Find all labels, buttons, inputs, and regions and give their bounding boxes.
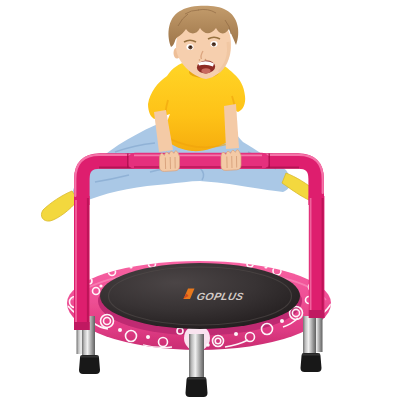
child-sock-left [41, 191, 78, 221]
product-image: GOPLUS [0, 0, 400, 400]
child-hand-right [221, 150, 241, 171]
child-hand-left [160, 151, 180, 172]
leg-foot-center [186, 377, 208, 397]
brand-logo-text: GOPLUS [196, 290, 246, 302]
leg-foot-left [79, 355, 100, 374]
trampoline: GOPLUS [67, 261, 331, 398]
leg-foot-right [301, 353, 322, 372]
handlebar-foam-grip [127, 153, 270, 169]
product-photo-canvas: GOPLUS [0, 0, 400, 400]
